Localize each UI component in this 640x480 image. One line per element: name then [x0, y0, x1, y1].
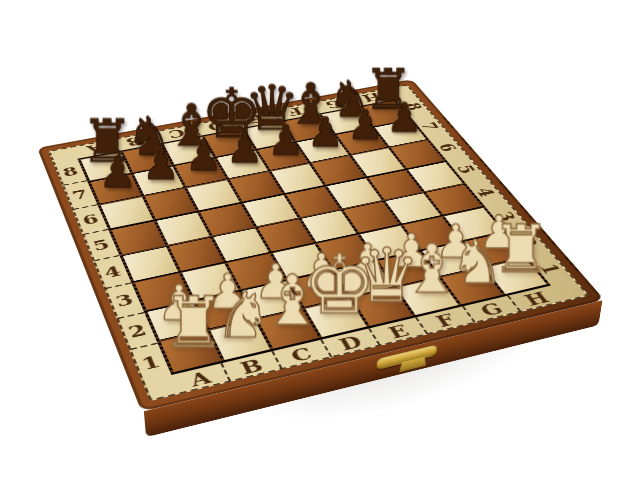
square-b8: ♞ — [123, 145, 172, 173]
chessboard: ABCDEFGH 87654321 87654321 ABCDEFGH ♜♞♝♚… — [37, 79, 604, 412]
square-a6 — [101, 197, 153, 228]
scene: ABCDEFGH 87654321 87654321 ABCDEFGH ♜♞♝♚… — [0, 0, 640, 480]
product-photo: ABCDEFGH 87654321 87654321 ABCDEFGH ♜♞♝♚… — [0, 0, 640, 480]
square-c8: ♝ — [164, 137, 213, 164]
